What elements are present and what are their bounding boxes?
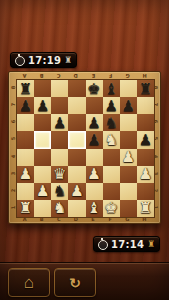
- square-d4[interactable]: [68, 149, 85, 166]
- square-a8[interactable]: ♜: [17, 80, 34, 97]
- square-b2[interactable]: ♟: [34, 183, 51, 200]
- square-a4[interactable]: [17, 149, 34, 166]
- square-e3[interactable]: ♟: [86, 166, 103, 183]
- square-g5[interactable]: [120, 131, 137, 148]
- square-e2[interactable]: [86, 183, 103, 200]
- square-e4[interactable]: [86, 149, 103, 166]
- square-a1[interactable]: ♜: [17, 200, 34, 217]
- square-a6[interactable]: [17, 114, 34, 131]
- square-h1[interactable]: ♜: [137, 200, 154, 217]
- square-b8[interactable]: [34, 80, 51, 97]
- square-f4[interactable]: [103, 149, 120, 166]
- square-d6[interactable]: [68, 114, 85, 131]
- bottom-toolbar: ⌂ ↻: [0, 262, 169, 300]
- square-g4[interactable]: ♟: [120, 149, 137, 166]
- square-c3[interactable]: ♛: [51, 166, 68, 183]
- square-c5[interactable]: [51, 131, 68, 148]
- square-d3[interactable]: [68, 166, 85, 183]
- square-g2[interactable]: [120, 183, 137, 200]
- black-pawn: ♟: [139, 132, 152, 148]
- square-c4[interactable]: [51, 149, 68, 166]
- file-label: G: [119, 72, 136, 79]
- square-g8[interactable]: [120, 80, 137, 97]
- black-king: ♚: [87, 81, 100, 97]
- square-f1[interactable]: ♚: [103, 200, 120, 217]
- file-labels-top: ABCDEFGH: [16, 72, 153, 79]
- square-g3[interactable]: [120, 166, 137, 183]
- square-g1[interactable]: [120, 200, 137, 217]
- square-e7[interactable]: [86, 97, 103, 114]
- white-bishop: ♝: [87, 200, 100, 216]
- white-pawn: ♟: [139, 166, 152, 182]
- square-c6[interactable]: ♟: [51, 114, 68, 131]
- file-label: B: [33, 72, 50, 79]
- black-clock-time: 17:19: [28, 55, 61, 66]
- square-a5[interactable]: [17, 131, 34, 148]
- file-label: A: [16, 72, 33, 79]
- stopwatch-icon: [98, 240, 108, 250]
- square-e1[interactable]: ♝: [86, 200, 103, 217]
- square-e5[interactable]: ♟: [86, 131, 103, 148]
- black-knight: ♞: [104, 115, 117, 131]
- home-button[interactable]: ⌂: [8, 268, 50, 297]
- rank-labels-left: 87654321: [9, 79, 16, 216]
- white-clock: 17:14 ♜: [93, 236, 160, 252]
- black-knight: ♞: [53, 183, 66, 199]
- black-pawn: ♟: [104, 98, 117, 114]
- restart-icon: ↻: [69, 276, 81, 290]
- file-label: F: [102, 72, 119, 79]
- white-queen: ♛: [53, 166, 66, 182]
- square-f6[interactable]: ♞: [103, 114, 120, 131]
- square-b6[interactable]: [34, 114, 51, 131]
- white-pawn: ♟: [122, 149, 135, 165]
- white-pawn: ♟: [70, 183, 83, 199]
- white-king: ♚: [104, 200, 117, 216]
- square-b1[interactable]: [34, 200, 51, 217]
- chess-board: ABCDEFGH ABCDEFGH 87654321 87654321 ♜♚♝♜…: [8, 71, 161, 224]
- square-g7[interactable]: ♟: [120, 97, 137, 114]
- square-h2[interactable]: [137, 183, 154, 200]
- square-f5[interactable]: ♞: [103, 131, 120, 148]
- board-grid: ♜♚♝♜♟♟♟♟♟♟♞♟♞♟♟♟♛♟♟♟♞♟♜♞♝♚♜: [16, 79, 155, 218]
- chess-app-screen: 17:19 ♜ ABCDEFGH ABCDEFGH 87654321 87654…: [0, 0, 169, 300]
- square-b4[interactable]: [34, 149, 51, 166]
- square-c1[interactable]: ♞: [51, 200, 68, 217]
- white-pawn: ♟: [36, 183, 49, 199]
- square-a3[interactable]: ♟: [17, 166, 34, 183]
- black-pawn: ♟: [122, 98, 135, 114]
- white-knight: ♞: [104, 132, 117, 148]
- white-rook: ♜: [139, 200, 152, 216]
- white-knight: ♞: [53, 200, 66, 216]
- black-pawn: ♟: [87, 132, 100, 148]
- square-e6[interactable]: ♟: [86, 114, 103, 131]
- square-h8[interactable]: ♜: [137, 80, 154, 97]
- square-b3[interactable]: [34, 166, 51, 183]
- stopwatch-icon: [15, 56, 25, 66]
- file-label: C: [50, 72, 67, 79]
- square-h4[interactable]: [137, 149, 154, 166]
- file-label: H: [136, 72, 153, 79]
- square-d1[interactable]: [68, 200, 85, 217]
- square-d5[interactable]: [68, 131, 85, 148]
- white-rook: ♜: [19, 200, 32, 216]
- square-f7[interactable]: ♟: [103, 97, 120, 114]
- square-b5[interactable]: [34, 131, 51, 148]
- black-rook: ♜: [19, 81, 32, 97]
- square-f2[interactable]: [103, 183, 120, 200]
- black-bishop: ♝: [104, 81, 117, 97]
- square-h7[interactable]: [137, 97, 154, 114]
- square-c2[interactable]: ♞: [51, 183, 68, 200]
- square-h5[interactable]: ♟: [137, 131, 154, 148]
- restart-button[interactable]: ↻: [54, 268, 96, 297]
- square-h3[interactable]: ♟: [137, 166, 154, 183]
- white-pawn: ♟: [87, 166, 100, 182]
- black-pawn: ♟: [53, 115, 66, 131]
- black-rook: ♜: [139, 81, 152, 97]
- black-pawn: ♟: [19, 98, 32, 114]
- black-pawn: ♟: [36, 98, 49, 114]
- file-label: D: [67, 72, 84, 79]
- square-d7[interactable]: [68, 97, 85, 114]
- square-c7[interactable]: [51, 97, 68, 114]
- captured-piece-icon: ♜: [64, 56, 72, 65]
- white-clock-time: 17:14: [111, 239, 144, 250]
- square-a2[interactable]: [17, 183, 34, 200]
- square-d2[interactable]: ♟: [68, 183, 85, 200]
- file-label: E: [85, 72, 102, 79]
- home-icon: ⌂: [24, 274, 34, 291]
- white-pawn: ♟: [19, 166, 32, 182]
- square-h6[interactable]: [137, 114, 154, 131]
- square-b7[interactable]: ♟: [34, 97, 51, 114]
- square-g6[interactable]: [120, 114, 137, 131]
- square-f8[interactable]: ♝: [103, 80, 120, 97]
- square-c8[interactable]: [51, 80, 68, 97]
- square-d8[interactable]: [68, 80, 85, 97]
- black-pawn: ♟: [87, 115, 100, 131]
- black-clock: 17:19 ♜: [10, 52, 77, 68]
- captured-piece-icon: ♜: [147, 240, 155, 249]
- square-e8[interactable]: ♚: [86, 80, 103, 97]
- square-a7[interactable]: ♟: [17, 97, 34, 114]
- square-f3[interactable]: [103, 166, 120, 183]
